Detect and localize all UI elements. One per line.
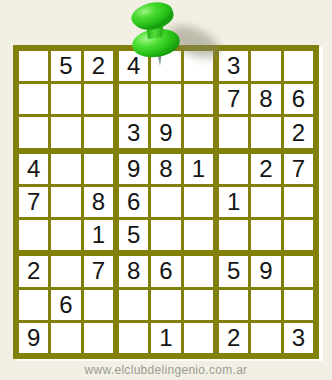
website-url: www.elclubdelingenio.com.ar (0, 363, 332, 377)
cell-r6c5[interactable] (151, 220, 180, 250)
cell-r3c2[interactable] (51, 117, 80, 147)
sudoku-board: 524393786247819816527127698615923 (13, 45, 319, 359)
cell-r4c6[interactable]: 1 (184, 154, 213, 184)
cell-r4c7[interactable] (219, 154, 248, 184)
cell-r5c9[interactable] (284, 187, 313, 217)
sudoku-box-8: 861 (119, 256, 213, 353)
cell-r2c8[interactable]: 8 (251, 84, 280, 114)
cell-r6c4[interactable]: 5 (119, 220, 148, 250)
cell-r1c9[interactable] (284, 51, 313, 81)
sudoku-box-1: 52 (19, 51, 113, 148)
cell-r6c9[interactable] (284, 220, 313, 250)
cell-r1c2[interactable]: 5 (51, 51, 80, 81)
cell-r4c8[interactable]: 2 (251, 154, 280, 184)
cell-r2c5[interactable] (151, 84, 180, 114)
cell-r8c2[interactable]: 6 (51, 290, 80, 320)
cell-r5c8[interactable] (251, 187, 280, 217)
cell-r2c7[interactable]: 7 (219, 84, 248, 114)
cell-r3c8[interactable] (251, 117, 280, 147)
cell-r8c9[interactable] (284, 290, 313, 320)
cell-r4c4[interactable]: 9 (119, 154, 148, 184)
cell-r1c3[interactable]: 2 (84, 51, 113, 81)
cell-r5c3[interactable]: 8 (84, 187, 113, 217)
cell-r7c4[interactable]: 8 (119, 256, 148, 286)
cell-r2c6[interactable] (184, 84, 213, 114)
cell-r8c5[interactable] (151, 290, 180, 320)
cell-r8c1[interactable] (19, 290, 48, 320)
cell-r9c3[interactable] (84, 323, 113, 353)
cell-r3c9[interactable]: 2 (284, 117, 313, 147)
cell-r5c4[interactable]: 6 (119, 187, 148, 217)
cell-r7c8[interactable]: 9 (251, 256, 280, 286)
cell-r6c3[interactable]: 1 (84, 220, 113, 250)
cell-r8c4[interactable] (119, 290, 148, 320)
cell-r4c3[interactable] (84, 154, 113, 184)
cell-r6c6[interactable] (184, 220, 213, 250)
cell-r7c9[interactable] (284, 256, 313, 286)
cell-r2c3[interactable] (84, 84, 113, 114)
cell-r1c8[interactable] (251, 51, 280, 81)
cell-r5c2[interactable] (51, 187, 80, 217)
cell-r6c2[interactable] (51, 220, 80, 250)
cell-r7c7[interactable]: 5 (219, 256, 248, 286)
cell-r9c4[interactable] (119, 323, 148, 353)
cell-r3c6[interactable] (184, 117, 213, 147)
cell-r8c3[interactable] (84, 290, 113, 320)
cell-r4c5[interactable]: 8 (151, 154, 180, 184)
cell-r9c7[interactable]: 2 (219, 323, 248, 353)
cell-r3c5[interactable]: 9 (151, 117, 180, 147)
cell-r7c3[interactable]: 7 (84, 256, 113, 286)
cell-r1c1[interactable] (19, 51, 48, 81)
cell-r5c7[interactable]: 1 (219, 187, 248, 217)
cell-r5c5[interactable] (151, 187, 180, 217)
sudoku-box-7: 2769 (19, 256, 113, 353)
cell-r7c2[interactable] (51, 256, 80, 286)
sudoku-box-4: 4781 (19, 154, 113, 251)
cell-r3c3[interactable] (84, 117, 113, 147)
cell-r7c6[interactable] (184, 256, 213, 286)
sudoku-box-5: 98165 (119, 154, 213, 251)
cell-r9c5[interactable]: 1 (151, 323, 180, 353)
cell-r2c2[interactable] (51, 84, 80, 114)
page: 524393786247819816527127698615923 (0, 0, 332, 380)
cell-r3c1[interactable] (19, 117, 48, 147)
cell-r8c6[interactable] (184, 290, 213, 320)
cell-r4c9[interactable]: 7 (284, 154, 313, 184)
cell-r5c1[interactable]: 7 (19, 187, 48, 217)
cell-r6c8[interactable] (251, 220, 280, 250)
sudoku-box-3: 37862 (219, 51, 313, 148)
cell-r2c1[interactable] (19, 84, 48, 114)
cell-r2c4[interactable] (119, 84, 148, 114)
cell-r6c1[interactable] (19, 220, 48, 250)
cell-r9c8[interactable] (251, 323, 280, 353)
cell-r2c9[interactable]: 6 (284, 84, 313, 114)
cell-r4c1[interactable]: 4 (19, 154, 48, 184)
cell-r5c6[interactable] (184, 187, 213, 217)
cell-r9c2[interactable] (51, 323, 80, 353)
cell-r3c7[interactable] (219, 117, 248, 147)
cell-r6c7[interactable] (219, 220, 248, 250)
cell-r8c8[interactable] (251, 290, 280, 320)
cell-r9c1[interactable]: 9 (19, 323, 48, 353)
cell-r8c7[interactable] (219, 290, 248, 320)
cell-r7c5[interactable]: 6 (151, 256, 180, 286)
cell-r3c4[interactable]: 3 (119, 117, 148, 147)
cell-r9c6[interactable] (184, 323, 213, 353)
cell-r9c9[interactable]: 3 (284, 323, 313, 353)
sudoku-box-9: 5923 (219, 256, 313, 353)
cell-r4c2[interactable] (51, 154, 80, 184)
sudoku-box-6: 271 (219, 154, 313, 251)
pushpin-icon (115, 0, 230, 72)
cell-r7c1[interactable]: 2 (19, 256, 48, 286)
